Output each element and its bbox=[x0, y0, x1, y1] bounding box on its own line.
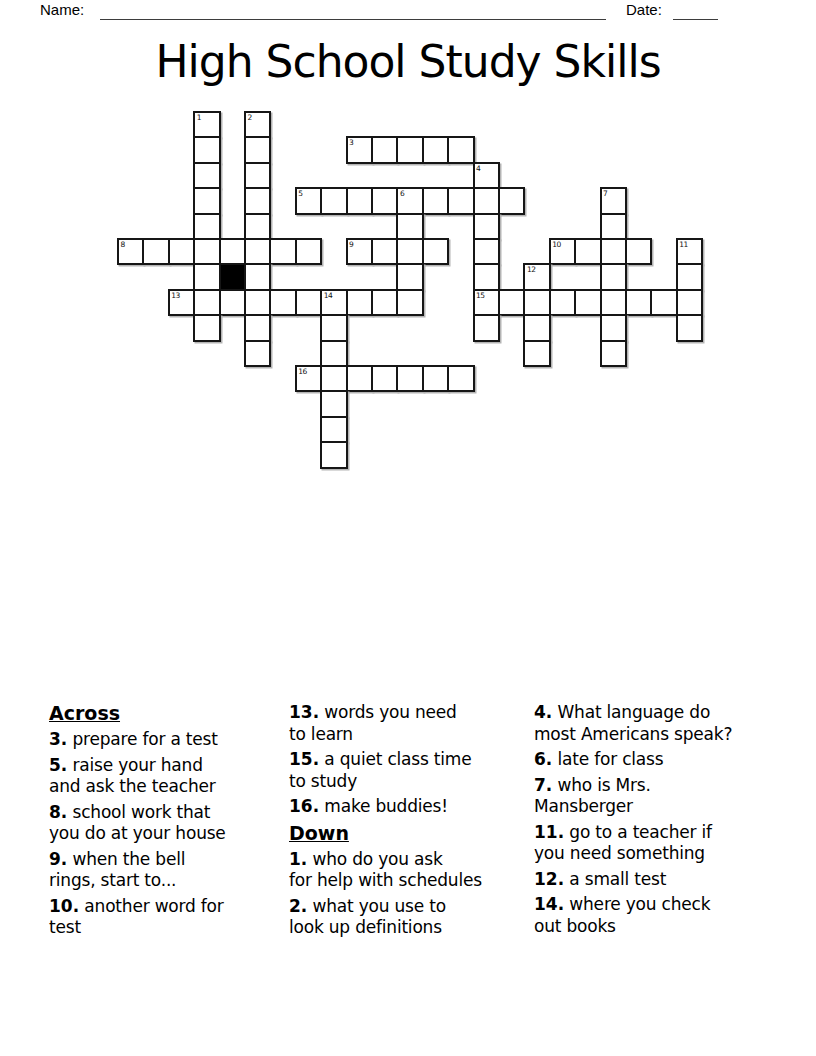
grid-cell[interactable] bbox=[396, 213, 423, 240]
grid-cell[interactable]: 16 bbox=[295, 365, 322, 392]
clue-item: 13. words you need to learn bbox=[289, 702, 532, 745]
clue-text: who is Mrs. Mansberger bbox=[534, 775, 651, 817]
grid-cell[interactable] bbox=[625, 238, 652, 265]
grid-cell[interactable] bbox=[549, 289, 576, 316]
clue-number: 7. bbox=[534, 775, 552, 795]
clue-number: 12. bbox=[534, 869, 564, 889]
clue-number: 6. bbox=[534, 749, 552, 769]
grid-cell[interactable] bbox=[447, 136, 474, 163]
clue-text: What language do most Americans speak? bbox=[534, 702, 732, 744]
grid-cell[interactable] bbox=[320, 340, 347, 367]
grid-cell[interactable] bbox=[473, 314, 500, 341]
grid-cell[interactable] bbox=[396, 136, 423, 163]
grid-cell[interactable] bbox=[193, 289, 220, 316]
clue-number: 16. bbox=[289, 796, 319, 816]
clue-number: 9. bbox=[49, 849, 67, 869]
grid-cell-number: 3 bbox=[349, 138, 353, 147]
clue-column: 4. What language do most Americans speak… bbox=[534, 702, 786, 941]
clue-heading-across: Across bbox=[49, 702, 285, 725]
grid-cell[interactable] bbox=[396, 289, 423, 316]
grid-cell-number: 8 bbox=[121, 240, 125, 249]
grid-cell[interactable] bbox=[320, 441, 347, 468]
grid-cell[interactable] bbox=[193, 136, 220, 163]
grid-cell[interactable]: 14 bbox=[320, 289, 347, 316]
grid-cell[interactable] bbox=[473, 263, 500, 290]
grid-cell[interactable] bbox=[244, 187, 271, 214]
clue-text: what you use to look up definitions bbox=[289, 896, 446, 938]
clue-number: 10. bbox=[49, 896, 79, 916]
grid-cell[interactable] bbox=[523, 340, 550, 367]
grid-cell[interactable] bbox=[244, 238, 271, 265]
grid-cell[interactable] bbox=[193, 213, 220, 240]
grid-cell-number: 2 bbox=[248, 113, 252, 122]
grid-cell[interactable] bbox=[498, 187, 525, 214]
grid-cell[interactable] bbox=[244, 314, 271, 341]
grid-cell[interactable] bbox=[320, 416, 347, 443]
grid-cell[interactable] bbox=[244, 263, 271, 290]
grid-cell[interactable] bbox=[396, 263, 423, 290]
clue-text: school work that you do at your house bbox=[49, 802, 226, 844]
grid-cell[interactable]: 12 bbox=[523, 263, 550, 290]
grid-cell[interactable]: 11 bbox=[676, 238, 703, 265]
grid-cell[interactable] bbox=[422, 365, 449, 392]
clue-item: 10. another word for test bbox=[49, 896, 285, 939]
grid-cell[interactable] bbox=[396, 238, 423, 265]
grid-cell[interactable] bbox=[600, 238, 627, 265]
grid-cell-number: 13 bbox=[171, 291, 180, 300]
clue-item: 6. late for class bbox=[534, 749, 786, 771]
grid-cell[interactable] bbox=[193, 162, 220, 189]
grid-cell[interactable]: 13 bbox=[168, 289, 195, 316]
grid-cell[interactable] bbox=[498, 289, 525, 316]
clue-number: 4. bbox=[534, 702, 552, 722]
clue-item: 4. What language do most Americans speak… bbox=[534, 702, 786, 745]
clue-text: when the bell rings, start to... bbox=[49, 849, 185, 891]
grid-cell[interactable] bbox=[244, 340, 271, 367]
grid-cell[interactable] bbox=[676, 289, 703, 316]
grid-cell[interactable] bbox=[600, 340, 627, 367]
clue-text: prepare for a test bbox=[73, 729, 218, 749]
clue-text: a small test bbox=[569, 869, 666, 889]
clue-number: 2. bbox=[289, 896, 307, 916]
grid-cell[interactable]: 5 bbox=[295, 187, 322, 214]
grid-cell-number: 15 bbox=[476, 291, 485, 300]
grid-cell[interactable] bbox=[523, 289, 550, 316]
grid-cell[interactable] bbox=[193, 187, 220, 214]
grid-cell[interactable] bbox=[320, 187, 347, 214]
grid-cell[interactable] bbox=[320, 365, 347, 392]
clue-number: 11. bbox=[534, 822, 564, 842]
grid-cell[interactable] bbox=[168, 238, 195, 265]
grid-cell[interactable] bbox=[676, 314, 703, 341]
clue-number: 15. bbox=[289, 749, 319, 769]
grid-cell[interactable]: 2 bbox=[244, 111, 271, 138]
grid-cell[interactable] bbox=[371, 289, 398, 316]
clue-text: make buddies! bbox=[324, 796, 447, 816]
grid-cell-number: 7 bbox=[603, 189, 607, 198]
grid-cell[interactable]: 7 bbox=[600, 187, 627, 214]
grid-cell-number: 9 bbox=[349, 240, 353, 249]
grid-cell[interactable] bbox=[447, 365, 474, 392]
grid-cell[interactable] bbox=[244, 136, 271, 163]
grid-cell[interactable]: 6 bbox=[396, 187, 423, 214]
grid-cell[interactable] bbox=[193, 263, 220, 290]
grid-cell[interactable] bbox=[600, 289, 627, 316]
grid-cell[interactable]: 8 bbox=[117, 238, 144, 265]
grid-cell[interactable] bbox=[447, 187, 474, 214]
grid-cell[interactable] bbox=[320, 314, 347, 341]
grid-cell[interactable] bbox=[625, 289, 652, 316]
grid-cell[interactable] bbox=[346, 187, 373, 214]
grid-cell[interactable] bbox=[295, 238, 322, 265]
clue-number: 1. bbox=[289, 849, 307, 869]
grid-cell[interactable] bbox=[473, 213, 500, 240]
clue-item: 2. what you use to look up definitions bbox=[289, 896, 532, 939]
crossword-grid: 12345678910111213141516 bbox=[117, 111, 702, 468]
grid-cell[interactable] bbox=[244, 213, 271, 240]
grid-cell-number: 10 bbox=[552, 240, 561, 249]
clue-number: 3. bbox=[49, 729, 67, 749]
clue-text: raise your hand and ask the teacher bbox=[49, 755, 216, 797]
clue-item: 11. go to a teacher if you need somethin… bbox=[534, 822, 786, 865]
grid-cell[interactable] bbox=[371, 187, 398, 214]
grid-cell[interactable] bbox=[244, 162, 271, 189]
grid-cell[interactable] bbox=[346, 289, 373, 316]
grid-cell[interactable] bbox=[422, 136, 449, 163]
clue-item: 9. when the bell rings, start to... bbox=[49, 849, 285, 892]
grid-cell[interactable] bbox=[346, 365, 373, 392]
grid-cell[interactable]: 9 bbox=[346, 238, 373, 265]
grid-cell-number: 12 bbox=[527, 265, 536, 274]
grid-cell[interactable] bbox=[371, 238, 398, 265]
clue-heading-down: Down bbox=[289, 822, 532, 845]
grid-cell[interactable] bbox=[142, 238, 169, 265]
clue-item: 3. prepare for a test bbox=[49, 729, 285, 751]
grid-cell[interactable] bbox=[219, 238, 246, 265]
grid-cell[interactable] bbox=[600, 314, 627, 341]
grid-cell[interactable] bbox=[320, 390, 347, 417]
clue-text: who do you ask for help with schedules bbox=[289, 849, 482, 891]
grid-cell[interactable] bbox=[219, 289, 246, 316]
clue-item: 15. a quiet class time to study bbox=[289, 749, 532, 792]
grid-cell[interactable] bbox=[574, 238, 601, 265]
grid-cell[interactable]: 3 bbox=[346, 136, 373, 163]
clue-number: 5. bbox=[49, 755, 67, 775]
clue-item: 1. who do you ask for help with schedule… bbox=[289, 849, 532, 892]
grid-cell[interactable] bbox=[193, 238, 220, 265]
clue-item: 14. where you check out books bbox=[534, 894, 786, 937]
grid-cell[interactable] bbox=[473, 187, 500, 214]
grid-cell[interactable] bbox=[574, 289, 601, 316]
grid-cell[interactable] bbox=[371, 136, 398, 163]
grid-cell[interactable]: 15 bbox=[473, 289, 500, 316]
grid-cell[interactable] bbox=[650, 289, 677, 316]
grid-cell[interactable] bbox=[193, 314, 220, 341]
grid-cell[interactable] bbox=[473, 238, 500, 265]
clue-number: 13. bbox=[289, 702, 319, 722]
grid-cell[interactable] bbox=[422, 238, 449, 265]
grid-cell[interactable]: 4 bbox=[473, 162, 500, 189]
grid-cell[interactable] bbox=[600, 213, 627, 240]
date-label: Date: bbox=[626, 1, 662, 18]
date-fill-line bbox=[673, 3, 718, 20]
grid-cell[interactable]: 1 bbox=[193, 111, 220, 138]
clue-column: Across3. prepare for a test5. raise your… bbox=[49, 702, 285, 943]
clue-column: 13. words you need to learn15. a quiet c… bbox=[289, 702, 532, 943]
grid-cell-number: 16 bbox=[298, 367, 307, 376]
clue-item: 16. make buddies! bbox=[289, 796, 532, 818]
clue-number: 8. bbox=[49, 802, 67, 822]
clue-item: 5. raise your hand and ask the teacher bbox=[49, 755, 285, 798]
grid-cell[interactable] bbox=[269, 289, 296, 316]
name-label: Name: bbox=[40, 1, 84, 18]
grid-cell[interactable]: 10 bbox=[549, 238, 576, 265]
grid-cell[interactable] bbox=[523, 314, 550, 341]
name-fill-line bbox=[100, 3, 606, 20]
grid-cell[interactable] bbox=[600, 263, 627, 290]
grid-cell[interactable] bbox=[269, 238, 296, 265]
grid-cell[interactable] bbox=[676, 263, 703, 290]
grid-cell[interactable] bbox=[295, 289, 322, 316]
grid-cell[interactable] bbox=[396, 365, 423, 392]
grid-cell[interactable] bbox=[371, 365, 398, 392]
grid-cell[interactable] bbox=[244, 289, 271, 316]
clue-text: late for class bbox=[558, 749, 664, 769]
black-cell bbox=[219, 263, 246, 290]
clue-item: 7. who is Mrs. Mansberger bbox=[534, 775, 786, 818]
clue-item: 12. a small test bbox=[534, 869, 786, 891]
clue-item: 8. school work that you do at your house bbox=[49, 802, 285, 845]
page-title: High School Study Skills bbox=[0, 34, 816, 90]
grid-cell-number: 1 bbox=[197, 113, 201, 122]
grid-cell[interactable] bbox=[422, 187, 449, 214]
grid-cell-number: 5 bbox=[298, 189, 302, 198]
grid-cell-number: 6 bbox=[400, 189, 404, 198]
clue-number: 14. bbox=[534, 894, 564, 914]
grid-cell-number: 11 bbox=[679, 240, 688, 249]
grid-cell-number: 4 bbox=[476, 164, 480, 173]
grid-cell-number: 14 bbox=[324, 291, 333, 300]
